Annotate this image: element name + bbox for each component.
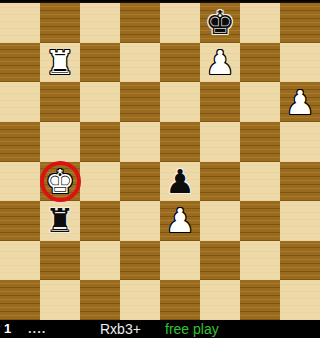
square-a1[interactable]	[0, 280, 40, 320]
square-h3[interactable]	[280, 201, 320, 241]
square-g6[interactable]	[240, 82, 280, 122]
square-c6[interactable]	[80, 82, 120, 122]
square-c4[interactable]	[80, 162, 120, 202]
square-b7[interactable]: ♜	[40, 43, 80, 83]
square-e7[interactable]	[160, 43, 200, 83]
square-g4[interactable]	[240, 162, 280, 202]
square-e4[interactable]: ♟	[160, 162, 200, 202]
square-f8[interactable]: ♚	[200, 3, 240, 43]
black-move-ellipsis: ....	[28, 320, 46, 338]
square-c3[interactable]	[80, 201, 120, 241]
square-e1[interactable]	[160, 280, 200, 320]
square-a5[interactable]	[0, 122, 40, 162]
last-move-text: Rxb3+	[100, 320, 141, 338]
square-e8[interactable]	[160, 3, 200, 43]
square-b5[interactable]	[40, 122, 80, 162]
square-c1[interactable]	[80, 280, 120, 320]
white-pawn[interactable]: ♟	[205, 46, 235, 79]
square-d3[interactable]	[120, 201, 160, 241]
square-f4[interactable]	[200, 162, 240, 202]
square-f7[interactable]: ♟	[200, 43, 240, 83]
square-b2[interactable]	[40, 241, 80, 281]
square-d6[interactable]	[120, 82, 160, 122]
square-f5[interactable]	[200, 122, 240, 162]
square-b8[interactable]	[40, 3, 80, 43]
square-d5[interactable]	[120, 122, 160, 162]
square-a7[interactable]	[0, 43, 40, 83]
move-number: 1	[4, 320, 11, 338]
black-king[interactable]: ♚	[205, 6, 235, 39]
square-g2[interactable]	[240, 241, 280, 281]
square-b1[interactable]	[40, 280, 80, 320]
square-e2[interactable]	[160, 241, 200, 281]
square-c2[interactable]	[80, 241, 120, 281]
square-a3[interactable]	[0, 201, 40, 241]
square-a2[interactable]	[0, 241, 40, 281]
square-a4[interactable]	[0, 162, 40, 202]
square-f3[interactable]	[200, 201, 240, 241]
square-f6[interactable]	[200, 82, 240, 122]
square-h5[interactable]	[280, 122, 320, 162]
square-a8[interactable]	[0, 3, 40, 43]
square-d7[interactable]	[120, 43, 160, 83]
square-g7[interactable]	[240, 43, 280, 83]
square-d1[interactable]	[120, 280, 160, 320]
white-pawn[interactable]: ♟	[165, 204, 195, 237]
square-h8[interactable]	[280, 3, 320, 43]
square-c7[interactable]	[80, 43, 120, 83]
square-g8[interactable]	[240, 3, 280, 43]
square-e5[interactable]	[160, 122, 200, 162]
square-b3[interactable]: ♜	[40, 201, 80, 241]
white-pawn[interactable]: ♟	[285, 86, 315, 119]
square-h7[interactable]	[280, 43, 320, 83]
chess-app-screen: ♚♜♟♟♚♟♜♟ 1 .... Rxb3+ free play	[0, 0, 320, 338]
square-b4[interactable]: ♚	[40, 162, 80, 202]
square-g5[interactable]	[240, 122, 280, 162]
square-e3[interactable]: ♟	[160, 201, 200, 241]
white-rook[interactable]: ♜	[45, 46, 75, 79]
square-b6[interactable]	[40, 82, 80, 122]
square-d4[interactable]	[120, 162, 160, 202]
square-d8[interactable]	[120, 3, 160, 43]
square-f2[interactable]	[200, 241, 240, 281]
square-g1[interactable]	[240, 280, 280, 320]
square-h4[interactable]	[280, 162, 320, 202]
square-h6[interactable]: ♟	[280, 82, 320, 122]
square-f1[interactable]	[200, 280, 240, 320]
square-a6[interactable]	[0, 82, 40, 122]
square-c8[interactable]	[80, 3, 120, 43]
square-e6[interactable]	[160, 82, 200, 122]
game-mode-label: free play	[165, 320, 219, 338]
square-c5[interactable]	[80, 122, 120, 162]
square-d2[interactable]	[120, 241, 160, 281]
black-rook[interactable]: ♜	[45, 204, 75, 237]
white-king[interactable]: ♚	[45, 165, 75, 198]
black-pawn[interactable]: ♟	[165, 165, 195, 198]
square-h1[interactable]	[280, 280, 320, 320]
chess-board[interactable]: ♚♜♟♟♚♟♜♟	[0, 3, 320, 320]
square-g3[interactable]	[240, 201, 280, 241]
status-bar: 1 .... Rxb3+ free play	[0, 320, 320, 338]
square-h2[interactable]	[280, 241, 320, 281]
